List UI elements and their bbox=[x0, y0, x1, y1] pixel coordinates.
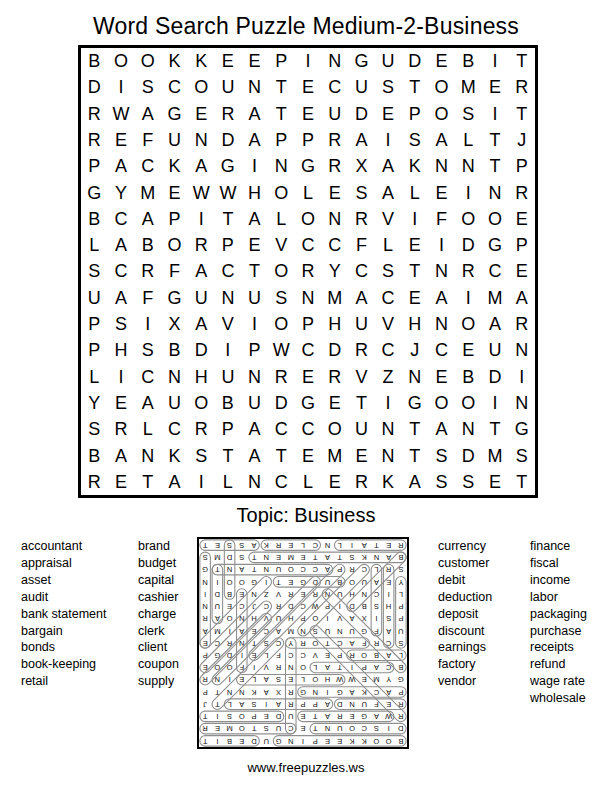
grid-cell: I bbox=[188, 206, 215, 232]
grid-cell: N bbox=[215, 285, 242, 311]
grid-cell: N bbox=[241, 74, 268, 100]
grid-cell: O bbox=[455, 390, 482, 416]
grid-cell: I bbox=[215, 337, 242, 363]
grid-cell: A bbox=[241, 101, 268, 127]
solution-word-capsule bbox=[210, 574, 323, 687]
grid-cell: E bbox=[375, 101, 402, 127]
grid-cell: R bbox=[108, 416, 135, 442]
grid-cell: T bbox=[482, 416, 509, 442]
grid-cell: N bbox=[188, 127, 215, 153]
grid-cell: D bbox=[482, 364, 509, 390]
grid-cell: N bbox=[428, 311, 455, 337]
solution-word-capsule bbox=[224, 540, 235, 599]
grid-cell: D bbox=[188, 337, 215, 363]
grid-cell: A bbox=[375, 179, 402, 205]
grid-cell: M bbox=[321, 442, 348, 468]
grid-cell: I bbox=[482, 390, 509, 416]
grid-cell: R bbox=[134, 258, 161, 284]
grid-cell: U bbox=[348, 416, 375, 442]
grid-cell: T bbox=[215, 442, 242, 468]
grid-cell: O bbox=[268, 311, 295, 337]
grid-cell: R bbox=[455, 258, 482, 284]
grid-cell: E bbox=[241, 48, 268, 74]
grid-cell: A bbox=[134, 206, 161, 232]
grid-cell: L bbox=[134, 416, 161, 442]
word-list-column-2: brandbudgetcapitalcashierchargeclerkclie… bbox=[138, 538, 179, 690]
grid-cell: S bbox=[348, 179, 375, 205]
grid-cell: U bbox=[375, 48, 402, 74]
word-list-item: capital bbox=[138, 572, 179, 589]
word-list-item: earnings bbox=[438, 639, 492, 656]
grid-cell: K bbox=[188, 48, 215, 74]
grid-cell: G bbox=[215, 153, 242, 179]
grid-cell: V bbox=[215, 311, 242, 337]
grid-cell: S bbox=[375, 74, 402, 100]
grid-cell: S bbox=[188, 442, 215, 468]
grid-cell: T bbox=[508, 469, 535, 495]
grid-cell: K bbox=[375, 469, 402, 495]
grid-cell: A bbox=[134, 390, 161, 416]
grid-cell: I bbox=[241, 311, 268, 337]
grid-cell: T bbox=[508, 48, 535, 74]
grid-cell: V bbox=[348, 364, 375, 390]
word-list-item: brand bbox=[138, 538, 179, 555]
grid-cell: S bbox=[268, 285, 295, 311]
grid-cell: C bbox=[215, 258, 242, 284]
grid-cell: W bbox=[188, 179, 215, 205]
grid-cell: L bbox=[401, 179, 428, 205]
grid-cell: S bbox=[134, 74, 161, 100]
grid-cell: I bbox=[375, 390, 402, 416]
grid-cell: A bbox=[108, 285, 135, 311]
grid-cell: N bbox=[508, 390, 535, 416]
word-list-item: deposit bbox=[438, 606, 492, 623]
grid-cell: P bbox=[215, 232, 242, 258]
grid-cell: C bbox=[295, 232, 322, 258]
word-list-item: currency bbox=[438, 538, 492, 555]
grid-cell: R bbox=[81, 101, 108, 127]
grid-cell: E bbox=[108, 390, 135, 416]
grid-cell: A bbox=[108, 442, 135, 468]
grid-cell: F bbox=[161, 258, 188, 284]
word-list-item: coupon bbox=[138, 656, 179, 673]
grid-cell: E bbox=[455, 337, 482, 363]
word-search-grid: BOOKKEEPINGUDEBITDISCOUNTECUSTOMERRWAGER… bbox=[78, 45, 538, 498]
solution-word-capsule bbox=[249, 552, 406, 563]
grid-cell: R bbox=[321, 153, 348, 179]
grid-cell: I bbox=[188, 469, 215, 495]
grid-cell: A bbox=[188, 258, 215, 284]
grid-cell: W bbox=[268, 337, 295, 363]
grid-cell: R bbox=[268, 364, 295, 390]
grid-cell: N bbox=[482, 179, 509, 205]
grid-cell: D bbox=[455, 232, 482, 258]
grid-cell: O bbox=[188, 390, 215, 416]
grid-cell: G bbox=[508, 416, 535, 442]
grid-cell: A bbox=[134, 101, 161, 127]
grid-cell: Y bbox=[108, 179, 135, 205]
grid-cell: P bbox=[268, 48, 295, 74]
grid-cell: O bbox=[268, 258, 295, 284]
grid-cell: G bbox=[295, 153, 322, 179]
grid-cell: C bbox=[375, 285, 402, 311]
grid-cell: I bbox=[428, 232, 455, 258]
word-list-item: wage rate bbox=[530, 673, 587, 690]
grid-cell: C bbox=[134, 153, 161, 179]
grid-cell: O bbox=[482, 206, 509, 232]
grid-cell: T bbox=[215, 206, 242, 232]
grid-cell: Y bbox=[81, 390, 108, 416]
grid-cell: A bbox=[401, 469, 428, 495]
grid-cell: D bbox=[401, 48, 428, 74]
grid-cell: R bbox=[188, 416, 215, 442]
grid-cell: A bbox=[482, 311, 509, 337]
grid-cell: R bbox=[508, 74, 535, 100]
grid-cell: N bbox=[241, 364, 268, 390]
grid-cell: O bbox=[321, 416, 348, 442]
word-list-item: customer bbox=[438, 555, 492, 572]
grid-cell: C bbox=[348, 258, 375, 284]
grid-cell: E bbox=[241, 232, 268, 258]
grid-cell: B bbox=[161, 337, 188, 363]
solution-word-capsule bbox=[212, 564, 333, 575]
grid-cell: H bbox=[241, 179, 268, 205]
page-title: Word Search Puzzle Medium-2-Business bbox=[0, 13, 612, 40]
solution-word-capsule bbox=[237, 589, 248, 673]
grid-cell: D bbox=[348, 101, 375, 127]
grid-cell: O bbox=[108, 48, 135, 74]
grid-cell: A bbox=[241, 442, 268, 468]
grid-cell: L bbox=[81, 232, 108, 258]
grid-cell: G bbox=[161, 101, 188, 127]
word-list-item: audit bbox=[21, 589, 106, 606]
word-list-item: retail bbox=[21, 673, 106, 690]
grid-cell: T bbox=[401, 258, 428, 284]
grid-cell: N bbox=[134, 442, 161, 468]
grid-cell: N bbox=[161, 364, 188, 390]
grid-cell: T bbox=[268, 101, 295, 127]
grid-cell: P bbox=[161, 206, 188, 232]
word-list-item: bank statement bbox=[21, 606, 106, 623]
grid-cell: U bbox=[482, 337, 509, 363]
grid-cell: C bbox=[161, 416, 188, 442]
word-list-item: refund bbox=[530, 656, 587, 673]
grid-cell: X bbox=[161, 311, 188, 337]
grid-cell: D bbox=[321, 337, 348, 363]
solution-word-capsule bbox=[210, 636, 286, 712]
grid-cell: N bbox=[375, 442, 402, 468]
grid-cell: F bbox=[134, 127, 161, 153]
grid-cell: A bbox=[428, 416, 455, 442]
grid-cell: Y bbox=[321, 258, 348, 284]
grid-cell: T bbox=[508, 101, 535, 127]
grid-cell: E bbox=[188, 101, 215, 127]
grid-cell: A bbox=[375, 153, 402, 179]
grid-cell: I bbox=[455, 179, 482, 205]
grid-cell: D bbox=[215, 127, 242, 153]
grid-cell: C bbox=[482, 258, 509, 284]
grid-cell: E bbox=[508, 206, 535, 232]
grid-cell: B bbox=[215, 390, 242, 416]
grid-cell: R bbox=[81, 127, 108, 153]
grid-cell: I bbox=[295, 48, 322, 74]
grid-cell: N bbox=[241, 469, 268, 495]
grid-cell: H bbox=[401, 311, 428, 337]
grid-cell: A bbox=[428, 127, 455, 153]
grid-cell: U bbox=[348, 74, 375, 100]
word-list-item: charge bbox=[138, 606, 179, 623]
grid-cell: O bbox=[295, 206, 322, 232]
grid-cell: C bbox=[375, 337, 402, 363]
topic-heading: Topic: Business bbox=[0, 504, 612, 527]
word-list-item: supply bbox=[138, 673, 179, 690]
grid-cell: A bbox=[508, 285, 535, 311]
grid-cell: R bbox=[188, 232, 215, 258]
grid-cell: T bbox=[401, 74, 428, 100]
solution-word-capsule bbox=[298, 711, 394, 722]
word-list-item: finance bbox=[530, 538, 587, 555]
word-list-column-1: accountantappraisalassetauditbank statem… bbox=[21, 538, 106, 690]
grid-cell: C bbox=[321, 232, 348, 258]
grid-cell: R bbox=[321, 127, 348, 153]
grid-cell: C bbox=[108, 258, 135, 284]
grid-cell: C bbox=[108, 206, 135, 232]
solution-word-capsule bbox=[200, 711, 284, 722]
grid-cell: C bbox=[295, 416, 322, 442]
grid-cell: E bbox=[482, 469, 509, 495]
grid-cell: N bbox=[455, 153, 482, 179]
word-list-item: client bbox=[138, 639, 179, 656]
grid-cell: T bbox=[348, 390, 375, 416]
grid-cell: L bbox=[81, 364, 108, 390]
grid-cell: U bbox=[81, 285, 108, 311]
grid-cell: S bbox=[81, 416, 108, 442]
grid-cell: I bbox=[508, 364, 535, 390]
grid-cell: E bbox=[401, 285, 428, 311]
solution-word-capsule bbox=[296, 562, 372, 638]
grid-cell: E bbox=[321, 469, 348, 495]
grid-cell: A bbox=[108, 232, 135, 258]
grid-cell: H bbox=[321, 311, 348, 337]
word-list-item: cashier bbox=[138, 589, 179, 606]
grid-cell: E bbox=[348, 442, 375, 468]
grid-cell: M bbox=[134, 179, 161, 205]
grid-cell: P bbox=[401, 101, 428, 127]
puzzle-page: Word Search Puzzle Medium-2-Business BOO… bbox=[0, 0, 612, 792]
grid-cell: C bbox=[428, 337, 455, 363]
grid-cell: G bbox=[161, 285, 188, 311]
grid-cell: U bbox=[348, 311, 375, 337]
solution-word-capsule bbox=[200, 540, 259, 551]
solution-word-capsule bbox=[310, 662, 394, 673]
grid-cell: S bbox=[81, 258, 108, 284]
grid-cell: P bbox=[268, 127, 295, 153]
word-list-item: bonds bbox=[21, 639, 106, 656]
word-list-item: clerk bbox=[138, 623, 179, 640]
grid-cell: R bbox=[215, 101, 242, 127]
grid-cell: A bbox=[348, 285, 375, 311]
solution-word-capsule bbox=[224, 699, 332, 710]
grid-cell: C bbox=[161, 74, 188, 100]
solution-word-capsule bbox=[286, 638, 370, 649]
grid-cell: E bbox=[428, 179, 455, 205]
grid-cell: M bbox=[482, 285, 509, 311]
grid-cell: E bbox=[108, 469, 135, 495]
grid-cell: E bbox=[215, 48, 242, 74]
grid-cell: N bbox=[321, 206, 348, 232]
grid-cell: M bbox=[321, 285, 348, 311]
grid-cell: L bbox=[455, 127, 482, 153]
grid-cell: X bbox=[348, 153, 375, 179]
footer-url: www.freepuzzles.ws bbox=[0, 760, 612, 775]
grid-cell: F bbox=[428, 206, 455, 232]
grid-cell: V bbox=[375, 311, 402, 337]
grid-cell: O bbox=[428, 74, 455, 100]
word-list-item: discount bbox=[438, 623, 492, 640]
solution-word-capsule bbox=[273, 736, 406, 747]
word-list-column-4: financefiscalincomelaborpackagingpurchas… bbox=[530, 538, 587, 707]
grid-cell: W bbox=[108, 101, 135, 127]
grid-cell: N bbox=[401, 364, 428, 390]
word-list-item: income bbox=[530, 572, 587, 589]
grid-cell: O bbox=[455, 206, 482, 232]
grid-cell: V bbox=[268, 232, 295, 258]
grid-cell: V bbox=[375, 206, 402, 232]
grid-cell: R bbox=[295, 258, 322, 284]
grid-cell: E bbox=[508, 258, 535, 284]
grid-cell: T bbox=[134, 469, 161, 495]
grid-cell: A bbox=[241, 127, 268, 153]
grid-cell: K bbox=[401, 153, 428, 179]
grid-cell: S bbox=[508, 442, 535, 468]
grid-cell: B bbox=[455, 48, 482, 74]
grid-cell: O bbox=[188, 74, 215, 100]
grid-cell: G bbox=[295, 390, 322, 416]
word-list-item: receipts bbox=[530, 639, 587, 656]
grid-cell: E bbox=[295, 442, 322, 468]
grid-cell: D bbox=[81, 74, 108, 100]
grid-cell: O bbox=[134, 48, 161, 74]
grid-cell: R bbox=[348, 469, 375, 495]
grid-cell: B bbox=[81, 206, 108, 232]
solution-word-capsule bbox=[344, 550, 407, 614]
grid-cell: U bbox=[161, 390, 188, 416]
grid-cell: F bbox=[348, 232, 375, 258]
grid-cell: S bbox=[375, 258, 402, 284]
grid-cell: B bbox=[81, 442, 108, 468]
grid-cell: P bbox=[81, 153, 108, 179]
grid-cell: P bbox=[295, 127, 322, 153]
grid-cell: S bbox=[108, 311, 135, 337]
grid-cell: R bbox=[508, 311, 535, 337]
grid-cell: K bbox=[161, 153, 188, 179]
solution-word-capsule bbox=[298, 687, 406, 698]
grid-cell: C bbox=[321, 74, 348, 100]
solution-word-capsule bbox=[261, 540, 320, 551]
grid-cell: M bbox=[455, 74, 482, 100]
grid-cell: E bbox=[428, 48, 455, 74]
grid-cell: S bbox=[455, 101, 482, 127]
grid-cell: P bbox=[295, 311, 322, 337]
grid-cell: T bbox=[482, 127, 509, 153]
grid-cell: G bbox=[482, 232, 509, 258]
grid-cell: I bbox=[401, 206, 428, 232]
solution-preview: BOOKKEEPINGUDEBITDISCOUNTECUSTOMERRWAGER… bbox=[197, 537, 409, 749]
grid-cell: U bbox=[215, 74, 242, 100]
grid-cell: E bbox=[428, 364, 455, 390]
grid-cell: H bbox=[108, 337, 135, 363]
grid-cell: P bbox=[508, 232, 535, 258]
solution-word-capsule bbox=[247, 562, 348, 663]
grid-cell: N bbox=[295, 285, 322, 311]
grid-cell: N bbox=[268, 153, 295, 179]
grid-cell: O bbox=[455, 311, 482, 337]
grid-cell: U bbox=[215, 364, 242, 390]
grid-cell: P bbox=[508, 153, 535, 179]
grid-cell: S bbox=[134, 337, 161, 363]
grid-cell: G bbox=[401, 390, 428, 416]
solution-capsules-overlay bbox=[199, 539, 407, 747]
word-list-item: fiscal bbox=[530, 555, 587, 572]
grid-cell: N bbox=[508, 337, 535, 363]
grid-cell: T bbox=[401, 416, 428, 442]
grid-cell: E bbox=[321, 390, 348, 416]
solution-word-capsule bbox=[334, 540, 406, 551]
grid-cell: F bbox=[134, 285, 161, 311]
grid-cell: Z bbox=[375, 364, 402, 390]
grid-cell: J bbox=[508, 127, 535, 153]
grid-cell: D bbox=[455, 442, 482, 468]
grid-cell: L bbox=[375, 232, 402, 258]
word-list-item: debit bbox=[438, 572, 492, 589]
grid-cell: A bbox=[188, 153, 215, 179]
grid-cell: L bbox=[295, 469, 322, 495]
grid-cell: A bbox=[428, 285, 455, 311]
solution-word-capsule bbox=[308, 623, 407, 724]
grid-cell: M bbox=[482, 442, 509, 468]
grid-cell: U bbox=[161, 127, 188, 153]
grid-cell: A bbox=[188, 311, 215, 337]
solution-word-capsule bbox=[200, 723, 296, 734]
grid-cell: R bbox=[508, 179, 535, 205]
grid-cell: U bbox=[321, 101, 348, 127]
word-list-item: labor bbox=[530, 589, 587, 606]
grid-cell: I bbox=[108, 364, 135, 390]
grid-cell: O bbox=[161, 232, 188, 258]
grid-cell: B bbox=[455, 364, 482, 390]
grid-cell: E bbox=[295, 74, 322, 100]
grid-cell: P bbox=[215, 416, 242, 442]
word-list-item: deduction bbox=[438, 589, 492, 606]
grid-cell: R bbox=[81, 469, 108, 495]
grid-cell: P bbox=[81, 311, 108, 337]
word-list-item: wholesale bbox=[530, 690, 587, 707]
grid-cell: A bbox=[241, 206, 268, 232]
grid-cell: T bbox=[401, 442, 428, 468]
grid-cell: S bbox=[428, 442, 455, 468]
grid-cell: R bbox=[348, 337, 375, 363]
grid-cell: E bbox=[401, 232, 428, 258]
solution-word-capsule bbox=[396, 577, 407, 649]
grid-cell: T bbox=[268, 74, 295, 100]
word-list-item: budget bbox=[138, 555, 179, 572]
grid-cell: I bbox=[134, 311, 161, 337]
grid-cell: P bbox=[241, 337, 268, 363]
grid-cell: P bbox=[81, 337, 108, 363]
solution-word-capsule bbox=[286, 638, 297, 734]
grid-cell: R bbox=[348, 206, 375, 232]
grid-cell: I bbox=[241, 153, 268, 179]
